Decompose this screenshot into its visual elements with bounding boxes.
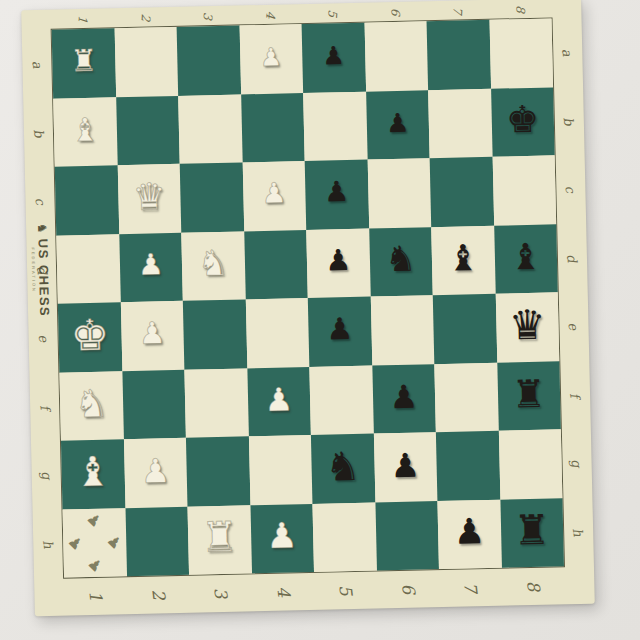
piece-white-king-e1[interactable]: ♚ [70, 313, 110, 357]
piece-white-pawn-f4[interactable]: ♟ [264, 383, 293, 416]
square-g2[interactable]: ♟ [123, 438, 187, 508]
square-a4[interactable]: ♟ [239, 24, 303, 94]
piece-black-queen-e8[interactable]: ♛ [508, 304, 546, 346]
piece-white-rook-a1[interactable]: ♜ [70, 46, 98, 77]
square-e5[interactable]: ♟ [308, 297, 372, 367]
square-g3[interactable] [186, 436, 250, 506]
square-d2[interactable]: ♟ [119, 232, 183, 302]
piece-white-knight-f1[interactable]: ♞ [74, 384, 109, 423]
square-f5[interactable] [309, 365, 373, 435]
square-h4[interactable]: ♟ [250, 503, 314, 573]
square-a3[interactable] [177, 25, 241, 95]
pawn-logo-icon: ♟ [104, 532, 124, 552]
square-f7[interactable] [434, 362, 498, 432]
square-f6[interactable]: ♟ [372, 364, 436, 434]
square-e6[interactable] [370, 295, 434, 365]
square-b7[interactable] [428, 88, 492, 158]
square-d4[interactable] [244, 230, 308, 300]
square-f8[interactable]: ♜ [497, 361, 561, 431]
square-c2[interactable]: ♛ [117, 164, 181, 234]
square-h2[interactable] [125, 506, 189, 576]
square-f3[interactable] [184, 368, 248, 438]
piece-black-bishop-d7[interactable]: ♝ [447, 240, 480, 277]
square-c7[interactable] [430, 157, 494, 227]
square-g5[interactable]: ♞ [311, 434, 375, 504]
square-a5[interactable]: ♟ [302, 23, 366, 93]
square-b6[interactable]: ♟ [366, 90, 430, 160]
piece-white-pawn-d2[interactable]: ♟ [137, 251, 164, 281]
piece-black-knight-g5[interactable]: ♞ [324, 446, 361, 487]
piece-black-pawn-c5[interactable]: ♟ [324, 178, 350, 207]
piece-black-pawn-e5[interactable]: ♟ [326, 314, 354, 345]
chess-board-sheet: 12345678 12345678 abcdefgh abcdefgh ♞ US… [21, 0, 595, 616]
piece-white-queen-c2[interactable]: ♛ [132, 178, 166, 216]
square-b5[interactable] [303, 91, 367, 161]
pawn-logo-icon: ♟ [84, 510, 104, 530]
corner-pawn-diamond-logo: ♟♟♟♟ [63, 508, 127, 578]
piece-white-pawn-a4[interactable]: ♟ [260, 44, 283, 70]
square-g1[interactable]: ♝ [61, 439, 125, 509]
square-g4[interactable] [248, 435, 312, 505]
piece-white-pawn-c4[interactable]: ♟ [261, 180, 287, 209]
us-chess-logo-text: ♞ US CHESS [35, 223, 52, 318]
square-a1[interactable]: ♜ [52, 28, 116, 98]
square-h3[interactable]: ♜ [187, 505, 251, 575]
square-b4[interactable] [241, 93, 305, 163]
square-b3[interactable] [178, 94, 242, 164]
square-e1[interactable]: ♚ [58, 302, 122, 372]
piece-white-bishop-b1[interactable]: ♝ [70, 113, 99, 146]
piece-black-pawn-f6[interactable]: ♟ [389, 380, 418, 413]
square-h6[interactable] [375, 501, 439, 571]
square-d1[interactable] [56, 234, 120, 304]
piece-black-pawn-a5[interactable]: ♟ [322, 43, 345, 69]
pawn-logo-icon: ♟ [85, 555, 105, 575]
brand-sub-text: FEDERATION [31, 247, 37, 293]
square-g6[interactable]: ♟ [373, 432, 437, 502]
square-a2[interactable] [114, 27, 178, 97]
piece-black-pawn-d5[interactable]: ♟ [325, 246, 352, 276]
square-h1[interactable]: ♟♟♟♟ [63, 508, 127, 578]
piece-black-rook-f8[interactable]: ♜ [511, 374, 546, 413]
square-h5[interactable] [312, 502, 376, 572]
square-d8[interactable]: ♝ [494, 224, 558, 294]
piece-white-rook-h3[interactable]: ♜ [201, 517, 239, 559]
square-b1[interactable]: ♝ [53, 97, 117, 167]
square-e4[interactable] [245, 298, 309, 368]
square-c8[interactable] [492, 155, 556, 225]
square-c6[interactable] [367, 158, 431, 228]
piece-black-king-b8[interactable]: ♚ [506, 101, 540, 139]
square-a6[interactable] [364, 21, 428, 91]
piece-black-knight-d6[interactable]: ♞ [385, 242, 417, 278]
square-f1[interactable]: ♞ [59, 371, 123, 441]
square-c1[interactable] [55, 165, 119, 235]
piece-white-pawn-h4[interactable]: ♟ [266, 519, 298, 555]
square-f2[interactable] [122, 369, 186, 439]
photo-backdrop: 12345678 12345678 abcdefgh abcdefgh ♞ US… [0, 0, 640, 640]
piece-black-pawn-g6[interactable]: ♟ [390, 448, 420, 482]
square-f4[interactable]: ♟ [247, 366, 311, 436]
piece-white-pawn-g2[interactable]: ♟ [140, 454, 170, 488]
square-e3[interactable] [183, 299, 247, 369]
square-b2[interactable] [116, 95, 180, 165]
square-d5[interactable]: ♟ [306, 228, 370, 298]
square-c4[interactable]: ♟ [242, 161, 306, 231]
square-h7[interactable]: ♟ [437, 499, 501, 569]
piece-black-bishop-d8[interactable]: ♝ [509, 238, 542, 275]
square-a7[interactable] [427, 20, 491, 90]
piece-white-knight-d3[interactable]: ♞ [197, 246, 229, 282]
square-d6[interactable]: ♞ [369, 227, 433, 297]
pawn-logo-icon: ♟ [65, 533, 85, 553]
square-c5[interactable]: ♟ [305, 160, 369, 230]
piece-black-pawn-b6[interactable]: ♟ [386, 109, 410, 136]
piece-white-pawn-e2[interactable]: ♟ [139, 318, 167, 349]
us-chess-brand: ♞ US CHESS FEDERATION [27, 215, 55, 326]
square-a8[interactable] [489, 18, 553, 88]
chess-board-grid: ♜♟♟♝♟♚♛♟♟♟♞♟♞♝♝♚♟♟♛♞♟♟♜♝♟♞♟♟♟♟♟♜♟♟♜ [52, 18, 564, 577]
square-d3[interactable]: ♞ [181, 231, 245, 301]
knight-logo-icon: ♞ [35, 223, 49, 234]
square-e7[interactable] [433, 294, 497, 364]
piece-black-pawn-h7[interactable]: ♟ [453, 514, 485, 550]
brand-name-text: US CHESS [35, 239, 52, 318]
square-e8[interactable]: ♛ [495, 292, 559, 362]
square-g8[interactable] [498, 429, 562, 499]
square-c3[interactable] [180, 162, 244, 232]
piece-black-rook-h8[interactable]: ♜ [513, 510, 551, 552]
square-d7[interactable]: ♝ [431, 225, 495, 295]
piece-white-bishop-g1[interactable]: ♝ [74, 451, 112, 493]
square-e2[interactable]: ♟ [120, 301, 184, 371]
square-g7[interactable] [436, 431, 500, 501]
square-b8[interactable]: ♚ [491, 87, 555, 157]
square-h8[interactable]: ♜ [500, 498, 564, 568]
